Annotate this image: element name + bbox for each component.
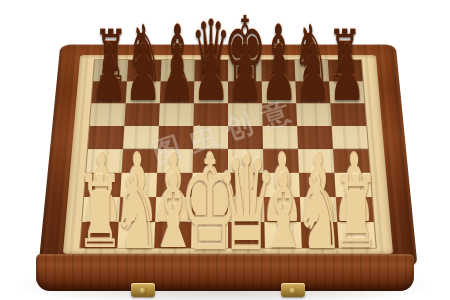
square-f2 <box>264 197 301 222</box>
chessboard <box>38 44 417 267</box>
clasp-knob-icon <box>290 287 297 294</box>
square-a1 <box>80 222 118 248</box>
square-g5 <box>297 126 333 149</box>
square-c1 <box>154 222 191 248</box>
square-b7 <box>126 81 161 103</box>
square-e1 <box>228 222 265 248</box>
brass-clasp-right <box>281 283 305 297</box>
square-c8 <box>161 60 195 81</box>
square-b2 <box>119 197 156 222</box>
square-h7 <box>329 81 364 103</box>
square-f7 <box>262 81 297 103</box>
square-e4 <box>228 149 263 173</box>
square-b3 <box>120 173 157 197</box>
square-e6 <box>228 103 263 126</box>
square-h6 <box>330 103 366 126</box>
square-d8 <box>194 60 228 81</box>
square-f5 <box>263 126 298 149</box>
square-c3 <box>156 173 192 197</box>
square-h8 <box>328 60 363 81</box>
square-d4 <box>193 149 228 173</box>
board-maple-border <box>63 55 393 254</box>
square-e8 <box>228 60 262 81</box>
square-b8 <box>127 60 162 81</box>
square-b4 <box>122 149 158 173</box>
square-e5 <box>228 126 263 149</box>
square-b6 <box>124 103 159 126</box>
square-f4 <box>263 149 299 173</box>
board-front-edge <box>36 254 414 291</box>
square-c7 <box>160 81 195 103</box>
brass-clasp-left <box>131 283 155 297</box>
square-g2 <box>300 197 337 222</box>
square-d7 <box>194 81 228 103</box>
square-g8 <box>295 60 330 81</box>
square-f3 <box>263 173 299 197</box>
square-g7 <box>295 81 330 103</box>
square-a3 <box>84 173 121 197</box>
square-d1 <box>191 222 228 248</box>
square-e2 <box>228 197 264 222</box>
square-a8 <box>93 60 128 81</box>
square-h5 <box>332 126 368 149</box>
square-e3 <box>228 173 264 197</box>
square-g1 <box>301 222 339 248</box>
square-e7 <box>228 81 262 103</box>
board-squares <box>80 60 375 248</box>
square-g4 <box>298 149 334 173</box>
square-d5 <box>193 126 228 149</box>
square-h4 <box>333 149 370 173</box>
clasp-knob-icon <box>140 287 147 294</box>
square-b1 <box>117 222 155 248</box>
square-a2 <box>82 197 120 222</box>
square-h3 <box>334 173 371 197</box>
square-f1 <box>264 222 301 248</box>
square-g3 <box>299 173 336 197</box>
square-d2 <box>192 197 228 222</box>
square-b5 <box>123 126 159 149</box>
square-h2 <box>336 197 374 222</box>
square-c2 <box>155 197 192 222</box>
square-h1 <box>337 222 375 248</box>
square-a5 <box>88 126 124 149</box>
square-d3 <box>192 173 228 197</box>
square-a7 <box>92 81 127 103</box>
square-d6 <box>193 103 228 126</box>
square-c4 <box>157 149 193 173</box>
square-c5 <box>158 126 193 149</box>
square-a6 <box>90 103 126 126</box>
square-g6 <box>296 103 331 126</box>
square-f6 <box>262 103 297 126</box>
square-f8 <box>261 60 295 81</box>
square-a4 <box>86 149 123 173</box>
photo-canvas: ♜♞♝♛♚♝♞♜♟♟♟♟♟♟♟♟♟♟♟♟♟♟♟♟♜♞♝♚♛♝♞♜ 图虫创意 <box>0 0 450 300</box>
square-c6 <box>159 103 194 126</box>
